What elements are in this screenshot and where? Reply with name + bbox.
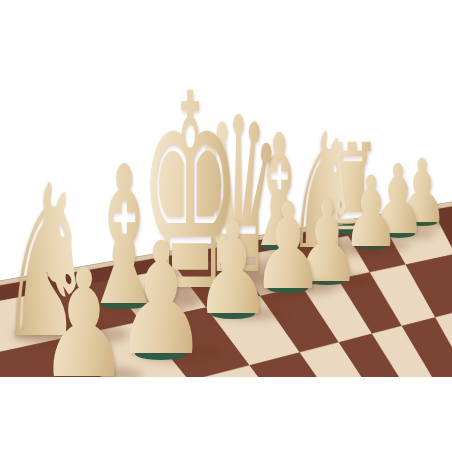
photo-bottom-margin bbox=[0, 377, 452, 452]
piece-pawn-h2: ♟ bbox=[38, 249, 129, 399]
chess-set-photo: ♞♝♚♛♝♞♜♟♟♟♟♟♟♟♟ bbox=[0, 0, 452, 452]
